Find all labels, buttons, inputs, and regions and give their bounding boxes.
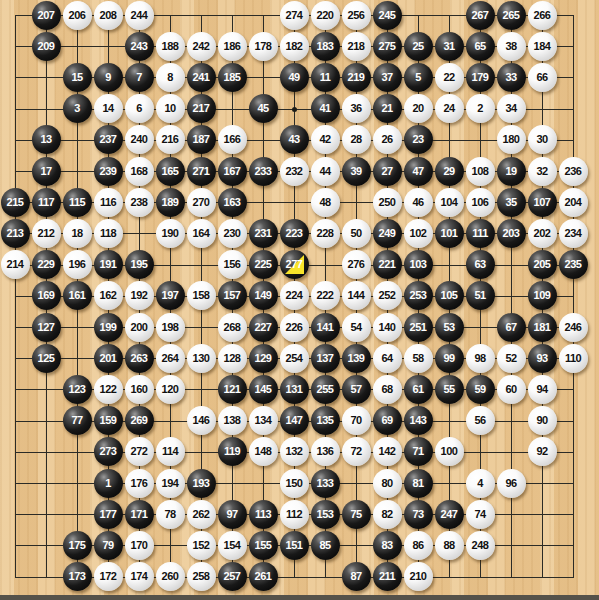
stone-white-220[interactable]: 220 [311,1,340,30]
stone-black-83[interactable]: 83 [373,531,402,560]
stone-black-243[interactable]: 243 [125,32,154,61]
stone-black-127[interactable]: 127 [32,313,61,342]
stone-white-150[interactable]: 150 [280,469,309,498]
stone-white-142[interactable]: 142 [373,437,402,466]
stone-black-131[interactable]: 131 [280,375,309,404]
move-number: 264 [162,353,179,364]
stone-black-271[interactable]: 271 [187,157,216,186]
last-move-stone-black-277[interactable]: 277 [280,250,309,279]
stone-white-116[interactable]: 116 [94,188,123,217]
stone-white-36[interactable]: 36 [342,94,371,123]
stone-white-244[interactable]: 244 [125,1,154,30]
stone-white-144[interactable]: 144 [342,281,371,310]
stone-white-88[interactable]: 88 [435,531,464,560]
stone-white-56[interactable]: 56 [466,406,495,435]
stone-white-6[interactable]: 6 [125,94,154,123]
stone-white-64[interactable]: 64 [373,344,402,373]
move-number: 109 [534,290,551,301]
stone-white-22[interactable]: 22 [435,63,464,92]
stone-black-247[interactable]: 247 [435,500,464,529]
stone-black-235[interactable]: 235 [559,250,588,279]
move-number: 200 [131,322,148,333]
stone-white-58[interactable]: 58 [404,344,433,373]
stone-white-178[interactable]: 178 [249,32,278,61]
stone-white-128[interactable]: 128 [218,344,247,373]
stone-black-241[interactable]: 241 [187,63,216,92]
stone-white-194[interactable]: 194 [156,469,185,498]
stone-black-49[interactable]: 49 [280,63,309,92]
stone-black-37[interactable]: 37 [373,63,402,92]
stone-white-130[interactable]: 130 [187,344,216,373]
stone-black-19[interactable]: 19 [497,157,526,186]
stone-black-149[interactable]: 149 [249,281,278,310]
stone-black-145[interactable]: 145 [249,375,278,404]
stone-black-33[interactable]: 33 [497,63,526,92]
stone-white-112[interactable]: 112 [280,500,309,529]
stone-black-87[interactable]: 87 [342,562,371,591]
stone-white-140[interactable]: 140 [373,313,402,342]
grid-line-vertical [15,15,16,578]
stone-black-165[interactable]: 165 [156,157,185,186]
stone-black-159[interactable]: 159 [94,406,123,435]
stone-black-103[interactable]: 103 [404,250,433,279]
stone-black-221[interactable]: 221 [373,250,402,279]
move-number: 237 [100,134,117,145]
stone-black-261[interactable]: 261 [249,562,278,591]
stone-white-108[interactable]: 108 [466,157,495,186]
move-number: 247 [441,509,458,520]
stone-white-74[interactable]: 74 [466,500,495,529]
stone-white-92[interactable]: 92 [528,437,557,466]
stone-black-113[interactable]: 113 [249,500,278,529]
stone-black-77[interactable]: 77 [63,406,92,435]
stone-white-160[interactable]: 160 [125,375,154,404]
move-number: 113 [255,509,271,520]
move-number: 104 [441,197,458,208]
stone-black-211[interactable]: 211 [373,562,402,591]
stone-white-122[interactable]: 122 [94,375,123,404]
stone-black-25[interactable]: 25 [404,32,433,61]
stone-white-80[interactable]: 80 [373,469,402,498]
stone-white-222[interactable]: 222 [311,281,340,310]
move-number: 38 [505,41,516,52]
stone-white-106[interactable]: 106 [466,188,495,217]
stone-white-228[interactable]: 228 [311,219,340,248]
stone-black-225[interactable]: 225 [249,250,278,279]
stone-black-29[interactable]: 29 [435,157,464,186]
stone-black-153[interactable]: 153 [311,500,340,529]
stone-black-249[interactable]: 249 [373,219,402,248]
stone-black-213[interactable]: 213 [1,219,30,248]
stone-black-227[interactable]: 227 [249,313,278,342]
stone-black-275[interactable]: 275 [373,32,402,61]
stone-white-262[interactable]: 262 [187,500,216,529]
stone-white-10[interactable]: 10 [156,94,185,123]
stone-black-205[interactable]: 205 [528,250,557,279]
stone-black-183[interactable]: 183 [311,32,340,61]
stone-black-9[interactable]: 9 [94,63,123,92]
stone-black-5[interactable]: 5 [404,63,433,92]
stone-white-158[interactable]: 158 [187,281,216,310]
stone-white-28[interactable]: 28 [342,125,371,154]
stone-black-27[interactable]: 27 [373,157,402,186]
stone-black-169[interactable]: 169 [32,281,61,310]
move-number: 255 [317,384,334,395]
stone-black-107[interactable]: 107 [528,188,557,217]
move-number: 23 [412,134,423,145]
stone-black-11[interactable]: 11 [311,63,340,92]
stone-white-38[interactable]: 38 [497,32,526,61]
stone-white-234[interactable]: 234 [559,219,588,248]
stone-white-114[interactable]: 114 [156,437,185,466]
stone-white-212[interactable]: 212 [32,219,61,248]
stone-black-173[interactable]: 173 [63,562,92,591]
move-number: 100 [441,446,458,457]
stone-white-48[interactable]: 48 [311,188,340,217]
stone-white-50[interactable]: 50 [342,219,371,248]
move-number: 273 [100,446,117,457]
stone-white-250[interactable]: 250 [373,188,402,217]
move-number: 254 [286,353,303,364]
stone-white-100[interactable]: 100 [435,437,464,466]
move-number: 22 [443,72,454,83]
move-number: 220 [317,10,334,21]
stone-white-236[interactable]: 236 [559,157,588,186]
stone-black-109[interactable]: 109 [528,281,557,310]
stone-white-70[interactable]: 70 [342,406,371,435]
stone-white-172[interactable]: 172 [94,562,123,591]
stone-black-135[interactable]: 135 [311,406,340,435]
stone-white-166[interactable]: 166 [218,125,247,154]
stone-black-201[interactable]: 201 [94,344,123,373]
stone-white-270[interactable]: 270 [187,188,216,217]
move-number: 221 [379,259,396,270]
stone-white-14[interactable]: 14 [94,94,123,123]
move-number: 17 [40,166,51,177]
stone-black-161[interactable]: 161 [63,281,92,310]
stone-black-273[interactable]: 273 [94,437,123,466]
stone-black-57[interactable]: 57 [342,375,371,404]
stone-white-232[interactable]: 232 [280,157,309,186]
stone-black-197[interactable]: 197 [156,281,185,310]
stone-white-162[interactable]: 162 [94,281,123,310]
stone-black-189[interactable]: 189 [156,188,185,217]
stone-black-209[interactable]: 209 [32,32,61,61]
stone-white-246[interactable]: 246 [559,313,588,342]
stone-black-129[interactable]: 129 [249,344,278,373]
stone-white-94[interactable]: 94 [528,375,557,404]
stone-white-152[interactable]: 152 [187,531,216,560]
stone-black-137[interactable]: 137 [311,344,340,373]
stone-black-181[interactable]: 181 [528,313,557,342]
stone-black-47[interactable]: 47 [404,157,433,186]
stone-black-15[interactable]: 15 [63,63,92,92]
stone-black-105[interactable]: 105 [435,281,464,310]
stone-white-52[interactable]: 52 [497,344,526,373]
stone-white-24[interactable]: 24 [435,94,464,123]
stone-white-154[interactable]: 154 [218,531,247,560]
stone-black-239[interactable]: 239 [94,157,123,186]
stone-black-115[interactable]: 115 [63,188,92,217]
stone-black-163[interactable]: 163 [218,188,247,217]
stone-white-268[interactable]: 268 [218,313,247,342]
stone-black-191[interactable]: 191 [94,250,123,279]
stone-black-171[interactable]: 171 [125,500,154,529]
stone-white-276[interactable]: 276 [342,250,371,279]
stone-black-111[interactable]: 111 [466,219,495,248]
stone-white-136[interactable]: 136 [311,437,340,466]
stone-black-99[interactable]: 99 [435,344,464,373]
stone-black-85[interactable]: 85 [311,531,340,560]
stone-black-3[interactable]: 3 [63,94,92,123]
stone-white-4[interactable]: 4 [466,469,495,498]
stone-black-255[interactable]: 255 [311,375,340,404]
stone-white-190[interactable]: 190 [156,219,185,248]
stone-white-98[interactable]: 98 [466,344,495,373]
stone-black-133[interactable]: 133 [311,469,340,498]
move-number: 194 [162,478,179,489]
stone-black-101[interactable]: 101 [435,219,464,248]
stone-white-196[interactable]: 196 [63,250,92,279]
stone-black-233[interactable]: 233 [249,157,278,186]
stone-white-188[interactable]: 188 [156,32,185,61]
stone-black-185[interactable]: 185 [218,63,247,92]
stone-white-66[interactable]: 66 [528,63,557,92]
stone-black-79[interactable]: 79 [94,531,123,560]
stone-white-102[interactable]: 102 [404,219,433,248]
stone-black-179[interactable]: 179 [466,63,495,92]
stone-white-42[interactable]: 42 [311,125,340,154]
stone-white-138[interactable]: 138 [218,406,247,435]
move-number: 203 [503,228,520,239]
move-number: 34 [505,103,516,114]
stone-black-187[interactable]: 187 [187,125,216,154]
stone-white-184[interactable]: 184 [528,32,557,61]
stone-white-186[interactable]: 186 [218,32,247,61]
stone-white-214[interactable]: 214 [1,250,30,279]
move-number: 232 [286,166,303,177]
stone-black-75[interactable]: 75 [342,500,371,529]
move-number: 14 [102,103,113,114]
stone-black-193[interactable]: 193 [187,469,216,498]
stone-black-51[interactable]: 51 [466,281,495,310]
stone-black-125[interactable]: 125 [32,344,61,373]
move-number: 78 [164,509,175,520]
stone-black-155[interactable]: 155 [249,531,278,560]
stone-black-117[interactable]: 117 [32,188,61,217]
stone-white-204[interactable]: 204 [559,188,588,217]
stone-white-60[interactable]: 60 [497,375,526,404]
stone-black-257[interactable]: 257 [218,562,247,591]
stone-black-39[interactable]: 39 [342,157,371,186]
stone-black-41[interactable]: 41 [311,94,340,123]
stone-white-26[interactable]: 26 [373,125,402,154]
stone-white-86[interactable]: 86 [404,531,433,560]
stone-black-61[interactable]: 61 [404,375,433,404]
stone-white-120[interactable]: 120 [156,375,185,404]
stone-black-123[interactable]: 123 [63,375,92,404]
stone-white-78[interactable]: 78 [156,500,185,529]
stone-white-146[interactable]: 146 [187,406,216,435]
stone-white-200[interactable]: 200 [125,313,154,342]
stone-white-224[interactable]: 224 [280,281,309,310]
move-number: 243 [131,41,148,52]
stone-black-73[interactable]: 73 [404,500,433,529]
go-board[interactable]: 2072062082442742202562452672652662092431… [0,0,599,595]
stone-white-32[interactable]: 32 [528,157,557,186]
stone-black-237[interactable]: 237 [94,125,123,154]
stone-black-203[interactable]: 203 [497,219,526,248]
stone-white-20[interactable]: 20 [404,94,433,123]
stone-black-31[interactable]: 31 [435,32,464,61]
stone-white-134[interactable]: 134 [249,406,278,435]
stone-white-90[interactable]: 90 [528,406,557,435]
stone-black-199[interactable]: 199 [94,313,123,342]
stone-white-260[interactable]: 260 [156,562,185,591]
stone-white-104[interactable]: 104 [435,188,464,217]
stone-white-30[interactable]: 30 [528,125,557,154]
stone-black-231[interactable]: 231 [249,219,278,248]
stone-black-253[interactable]: 253 [404,281,433,310]
stone-white-256[interactable]: 256 [342,1,371,30]
stone-white-72[interactable]: 72 [342,437,371,466]
stone-black-223[interactable]: 223 [280,219,309,248]
stone-black-69[interactable]: 69 [373,406,402,435]
stone-white-248[interactable]: 248 [466,531,495,560]
stone-white-182[interactable]: 182 [280,32,309,61]
stone-white-258[interactable]: 258 [187,562,216,591]
stone-black-59[interactable]: 59 [466,375,495,404]
stone-black-251[interactable]: 251 [404,313,433,342]
move-number: 44 [319,166,330,177]
stone-white-274[interactable]: 274 [280,1,309,30]
stone-white-240[interactable]: 240 [125,125,154,154]
stone-white-180[interactable]: 180 [497,125,526,154]
stone-white-156[interactable]: 156 [218,250,247,279]
stone-black-143[interactable]: 143 [404,406,433,435]
stone-white-170[interactable]: 170 [125,531,154,560]
move-number: 210 [410,571,427,582]
stone-black-265[interactable]: 265 [497,1,526,30]
stone-black-119[interactable]: 119 [218,437,247,466]
stone-black-147[interactable]: 147 [280,406,309,435]
stone-black-21[interactable]: 21 [373,94,402,123]
stone-white-202[interactable]: 202 [528,219,557,248]
stone-white-68[interactable]: 68 [373,375,402,404]
stone-white-44[interactable]: 44 [311,157,340,186]
stone-black-215[interactable]: 215 [1,188,30,217]
stone-white-254[interactable]: 254 [280,344,309,373]
stone-white-82[interactable]: 82 [373,500,402,529]
stone-white-174[interactable]: 174 [125,562,154,591]
stone-white-230[interactable]: 230 [218,219,247,248]
stone-black-65[interactable]: 65 [466,32,495,61]
stone-white-148[interactable]: 148 [249,437,278,466]
stone-white-46[interactable]: 46 [404,188,433,217]
stone-white-218[interactable]: 218 [342,32,371,61]
stone-black-93[interactable]: 93 [528,344,557,373]
stone-white-272[interactable]: 272 [125,437,154,466]
move-number: 263 [131,353,148,364]
stone-black-97[interactable]: 97 [218,500,247,529]
stone-white-8[interactable]: 8 [156,63,185,92]
stone-white-54[interactable]: 54 [342,313,371,342]
stone-black-167[interactable]: 167 [218,157,247,186]
stone-black-245[interactable]: 245 [373,1,402,30]
stone-white-164[interactable]: 164 [187,219,216,248]
stone-white-208[interactable]: 208 [94,1,123,30]
stone-black-269[interactable]: 269 [125,406,154,435]
stone-black-195[interactable]: 195 [125,250,154,279]
stone-white-226[interactable]: 226 [280,313,309,342]
move-number: 157 [224,290,241,301]
stone-black-141[interactable]: 141 [311,313,340,342]
stone-white-242[interactable]: 242 [187,32,216,61]
stone-black-53[interactable]: 53 [435,313,464,342]
stone-white-18[interactable]: 18 [63,219,92,248]
stone-black-17[interactable]: 17 [32,157,61,186]
stone-black-263[interactable]: 263 [125,344,154,373]
stone-white-266[interactable]: 266 [528,1,557,30]
stone-white-96[interactable]: 96 [497,469,526,498]
move-number: 170 [131,540,148,551]
stone-white-206[interactable]: 206 [63,1,92,30]
stone-black-71[interactable]: 71 [404,437,433,466]
stone-black-267[interactable]: 267 [466,1,495,30]
stone-black-175[interactable]: 175 [63,531,92,560]
stone-black-157[interactable]: 157 [218,281,247,310]
stone-black-35[interactable]: 35 [497,188,526,217]
move-number: 8 [167,72,173,83]
stone-black-63[interactable]: 63 [466,250,495,279]
move-number: 173 [69,571,86,582]
stone-white-198[interactable]: 198 [156,313,185,342]
stone-black-45[interactable]: 45 [249,94,278,123]
stone-black-229[interactable]: 229 [32,250,61,279]
stone-black-23[interactable]: 23 [404,125,433,154]
stone-black-207[interactable]: 207 [32,1,61,30]
stone-black-81[interactable]: 81 [404,469,433,498]
stone-white-192[interactable]: 192 [125,281,154,310]
stone-white-264[interactable]: 264 [156,344,185,373]
stone-white-252[interactable]: 252 [373,281,402,310]
stone-black-7[interactable]: 7 [125,63,154,92]
stone-white-110[interactable]: 110 [559,344,588,373]
stone-white-216[interactable]: 216 [156,125,185,154]
stone-black-13[interactable]: 13 [32,125,61,154]
stone-black-219[interactable]: 219 [342,63,371,92]
stone-white-168[interactable]: 168 [125,157,154,186]
stone-white-210[interactable]: 210 [404,562,433,591]
stone-black-151[interactable]: 151 [280,531,309,560]
stone-white-238[interactable]: 238 [125,188,154,217]
move-number: 3 [74,103,80,114]
stone-black-55[interactable]: 55 [435,375,464,404]
stone-white-176[interactable]: 176 [125,469,154,498]
stone-black-43[interactable]: 43 [280,125,309,154]
stone-white-118[interactable]: 118 [94,219,123,248]
stone-black-139[interactable]: 139 [342,344,371,373]
stone-black-67[interactable]: 67 [497,313,526,342]
stone-black-177[interactable]: 177 [94,500,123,529]
stone-black-1[interactable]: 1 [94,469,123,498]
stone-white-34[interactable]: 34 [497,94,526,123]
stone-black-217[interactable]: 217 [187,94,216,123]
move-number: 164 [193,228,210,239]
stone-black-121[interactable]: 121 [218,375,247,404]
stone-white-2[interactable]: 2 [466,94,495,123]
stone-white-132[interactable]: 132 [280,437,309,466]
